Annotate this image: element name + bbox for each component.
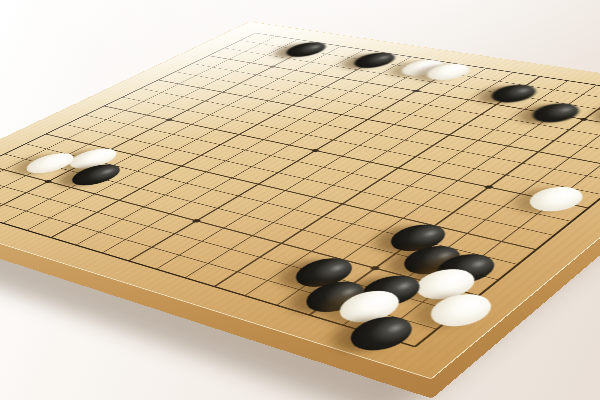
perspective-wrapper [0,0,600,400]
photo-stage [0,0,600,400]
